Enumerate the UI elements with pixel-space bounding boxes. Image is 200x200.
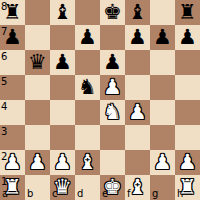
square-c1[interactable]: c♛	[50, 175, 75, 200]
piece-white-pawn[interactable]: ♟	[50, 150, 75, 175]
piece-black-pawn[interactable]: ♟	[100, 50, 125, 75]
piece-white-pawn[interactable]: ♟	[125, 100, 150, 125]
square-e5[interactable]: ♟	[100, 75, 125, 100]
piece-black-rook[interactable]: ♜	[175, 0, 200, 25]
square-d2[interactable]: ♝	[75, 150, 100, 175]
square-a6[interactable]: 6	[0, 50, 25, 75]
square-g5[interactable]	[150, 75, 175, 100]
square-a7[interactable]: 7♟	[0, 25, 25, 50]
square-f7[interactable]: ♟	[125, 25, 150, 50]
square-e8[interactable]: ♚	[100, 0, 125, 25]
square-h4[interactable]	[175, 100, 200, 125]
square-b5[interactable]	[25, 75, 50, 100]
square-h5[interactable]	[175, 75, 200, 100]
square-d7[interactable]: ♟	[75, 25, 100, 50]
square-d6[interactable]	[75, 50, 100, 75]
square-g2[interactable]: ♟	[150, 150, 175, 175]
square-b6[interactable]: ♛	[25, 50, 50, 75]
square-g3[interactable]	[150, 125, 175, 150]
rank-label-6: 6	[1, 52, 7, 62]
chess-board: 8♜♝♚♝♜7♟♟♟♟♟6♛♟♟5♞♟4♞♟32♟♟♟♝♟♟1a♜bc♛de♚f…	[0, 0, 200, 200]
square-f3[interactable]	[125, 125, 150, 150]
square-c5[interactable]	[50, 75, 75, 100]
piece-white-pawn[interactable]: ♟	[0, 150, 25, 175]
square-c2[interactable]: ♟	[50, 150, 75, 175]
square-e7[interactable]	[100, 25, 125, 50]
square-c6[interactable]: ♟	[50, 50, 75, 75]
square-e2[interactable]	[100, 150, 125, 175]
piece-black-queen[interactable]: ♛	[25, 50, 50, 75]
piece-black-pawn[interactable]: ♟	[125, 25, 150, 50]
square-g4[interactable]	[150, 100, 175, 125]
square-f5[interactable]	[125, 75, 150, 100]
square-h8[interactable]: ♜	[175, 0, 200, 25]
square-a1[interactable]: 1a♜	[0, 175, 25, 200]
piece-white-bishop[interactable]: ♝	[75, 150, 100, 175]
file-label-b: b	[27, 189, 33, 199]
square-d5[interactable]: ♞	[75, 75, 100, 100]
square-e3[interactable]	[100, 125, 125, 150]
square-f4[interactable]: ♟	[125, 100, 150, 125]
square-b7[interactable]	[25, 25, 50, 50]
piece-white-queen[interactable]: ♛	[50, 175, 75, 200]
square-d1[interactable]: d	[75, 175, 100, 200]
piece-white-pawn[interactable]: ♟	[175, 150, 200, 175]
piece-white-pawn[interactable]: ♟	[100, 75, 125, 100]
square-c3[interactable]	[50, 125, 75, 150]
square-b4[interactable]	[25, 100, 50, 125]
piece-black-king[interactable]: ♚	[100, 0, 125, 25]
square-b8[interactable]	[25, 0, 50, 25]
square-e1[interactable]: e♚	[100, 175, 125, 200]
square-c8[interactable]: ♝	[50, 0, 75, 25]
piece-black-bishop[interactable]: ♝	[125, 0, 150, 25]
piece-black-pawn[interactable]: ♟	[150, 25, 175, 50]
square-b1[interactable]: b	[25, 175, 50, 200]
square-a2[interactable]: 2♟	[0, 150, 25, 175]
piece-white-pawn[interactable]: ♟	[150, 150, 175, 175]
square-a4[interactable]: 4	[0, 100, 25, 125]
square-d3[interactable]	[75, 125, 100, 150]
square-h7[interactable]: ♟	[175, 25, 200, 50]
file-label-g: g	[152, 189, 158, 199]
piece-black-pawn[interactable]: ♟	[75, 25, 100, 50]
piece-black-bishop[interactable]: ♝	[50, 0, 75, 25]
square-h2[interactable]: ♟	[175, 150, 200, 175]
square-b3[interactable]	[25, 125, 50, 150]
piece-black-pawn[interactable]: ♟	[0, 25, 25, 50]
square-a3[interactable]: 3	[0, 125, 25, 150]
piece-black-knight[interactable]: ♞	[75, 75, 100, 100]
piece-black-rook[interactable]: ♜	[0, 0, 25, 25]
square-g8[interactable]	[150, 0, 175, 25]
rank-label-4: 4	[1, 102, 7, 112]
square-f1[interactable]: f♝	[125, 175, 150, 200]
piece-white-rook[interactable]: ♜	[0, 175, 25, 200]
square-a5[interactable]: 5	[0, 75, 25, 100]
square-c4[interactable]	[50, 100, 75, 125]
piece-white-king[interactable]: ♚	[100, 175, 125, 200]
square-c7[interactable]	[50, 25, 75, 50]
piece-white-bishop[interactable]: ♝	[125, 175, 150, 200]
square-e6[interactable]: ♟	[100, 50, 125, 75]
file-label-d: d	[77, 189, 83, 199]
square-f2[interactable]	[125, 150, 150, 175]
square-f6[interactable]	[125, 50, 150, 75]
piece-white-rook[interactable]: ♜	[175, 175, 200, 200]
piece-black-pawn[interactable]: ♟	[50, 50, 75, 75]
square-e4[interactable]: ♞	[100, 100, 125, 125]
square-h3[interactable]	[175, 125, 200, 150]
piece-white-knight[interactable]: ♞	[100, 100, 125, 125]
square-g6[interactable]	[150, 50, 175, 75]
square-d8[interactable]	[75, 0, 100, 25]
square-f8[interactable]: ♝	[125, 0, 150, 25]
rank-label-3: 3	[1, 127, 7, 137]
square-g1[interactable]: g	[150, 175, 175, 200]
piece-white-pawn[interactable]: ♟	[25, 150, 50, 175]
square-d4[interactable]	[75, 100, 100, 125]
square-h6[interactable]	[175, 50, 200, 75]
square-g7[interactable]: ♟	[150, 25, 175, 50]
rank-label-5: 5	[1, 77, 7, 87]
piece-black-pawn[interactable]: ♟	[175, 25, 200, 50]
square-a8[interactable]: 8♜	[0, 0, 25, 25]
square-b2[interactable]: ♟	[25, 150, 50, 175]
square-h1[interactable]: h♜	[175, 175, 200, 200]
